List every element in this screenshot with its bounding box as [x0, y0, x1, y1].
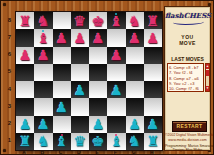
square-f7[interactable]: [107, 29, 125, 46]
square-h8[interactable]: ♜: [144, 12, 162, 29]
square-f6[interactable]: ♟: [107, 47, 125, 64]
restart-button[interactable]: RESTART: [172, 121, 207, 132]
square-c7[interactable]: ♟: [53, 29, 71, 46]
square-a5[interactable]: [16, 64, 34, 81]
piece-teal-pawn[interactable]: ♟: [110, 83, 123, 97]
frame-corner: [3, 3, 6, 6]
piece-teal-bishop[interactable]: ♝: [110, 134, 123, 148]
piece-teal-pawn[interactable]: ♟: [19, 117, 32, 131]
piece-pink-pawn[interactable]: ♟: [74, 31, 87, 45]
square-d5[interactable]: [71, 64, 89, 81]
piece-pink-pawn[interactable]: ♟: [110, 48, 123, 62]
chess-app-window: 87654321 ♜♞♛♚♝♞♜♝♟♟♟♟♟♟♟♟♟♟♟♟♟♟♟♟♜♞♝♛♚♝♞…: [0, 0, 214, 155]
piece-teal-knight[interactable]: ♞: [128, 134, 141, 148]
square-b7[interactable]: ♝: [34, 29, 52, 46]
piece-pink-knight[interactable]: ♞: [128, 14, 141, 28]
piece-pink-queen[interactable]: ♛: [74, 14, 87, 28]
square-f8[interactable]: ♝: [107, 12, 125, 29]
copyright-text: ©2002 Digital Vision Multimedia: [165, 133, 210, 137]
square-c3[interactable]: ♟: [53, 98, 71, 115]
piece-teal-pawn[interactable]: ♟: [92, 117, 105, 131]
piece-pink-rook[interactable]: ♜: [147, 14, 160, 28]
rank-label-8: 8: [5, 11, 14, 28]
design-credit: Design: Elva Mider: [165, 148, 210, 152]
chess-board[interactable]: ♜♞♛♚♝♞♜♝♟♟♟♟♟♟♟♟♟♟♟♟♟♟♟♟♜♞♝♛♚♝♞♜: [15, 11, 163, 151]
square-c8[interactable]: [53, 12, 71, 29]
square-g4[interactable]: [126, 81, 144, 98]
piece-pink-pawn[interactable]: ♟: [19, 48, 32, 62]
piece-pink-pawn[interactable]: ♟: [55, 31, 68, 45]
square-b3[interactable]: [34, 98, 52, 115]
piece-pink-pawn[interactable]: ♟: [37, 48, 50, 62]
file-labels: ABCDEFGH: [15, 148, 161, 155]
square-d7[interactable]: ♟: [71, 29, 89, 46]
square-g7[interactable]: ♟: [126, 29, 144, 46]
rank-labels: 87654321: [5, 11, 14, 149]
square-d2[interactable]: [71, 116, 89, 133]
last-moves-heading: LAST MOVES: [165, 56, 210, 62]
move-history-list[interactable]: 6. Comp: c8 - b77. You: f2 - f48. Comp: …: [167, 63, 204, 92]
square-e4[interactable]: [89, 81, 107, 98]
square-b5[interactable]: [34, 64, 52, 81]
rank-label-1: 1: [5, 132, 14, 149]
piece-teal-queen[interactable]: ♛: [74, 134, 87, 148]
square-d6[interactable]: [71, 47, 89, 64]
piece-teal-pawn[interactable]: ♟: [37, 117, 50, 131]
rank-label-4: 4: [5, 80, 14, 97]
rank-label-2: 2: [5, 115, 14, 132]
file-label-c: C: [52, 148, 70, 155]
rank-label-7: 7: [5, 28, 14, 45]
piece-pink-bishop[interactable]: ♝: [110, 14, 123, 28]
piece-pink-king[interactable]: ♚: [92, 14, 105, 28]
scroll-down-icon[interactable]: ▼: [206, 86, 209, 91]
square-h2[interactable]: ♟: [144, 116, 162, 133]
move-history-entry: 10. Comp: f7 - f6: [169, 86, 203, 91]
square-g5[interactable]: [126, 64, 144, 81]
square-f3[interactable]: [107, 98, 125, 115]
square-g8[interactable]: ♞: [126, 12, 144, 29]
square-g6[interactable]: [126, 47, 144, 64]
piece-teal-rook[interactable]: ♜: [147, 134, 160, 148]
piece-teal-pawn[interactable]: ♟: [74, 83, 87, 97]
file-label-g: G: [125, 148, 143, 155]
piece-pink-knight[interactable]: ♞: [37, 14, 50, 28]
square-b8[interactable]: ♞: [34, 12, 52, 29]
website-text: www.media-division.com: [165, 138, 210, 142]
square-b2[interactable]: ♟: [34, 116, 52, 133]
side-panel: flashCHESS YOU MOVE LAST MOVES 6. Comp: …: [164, 6, 211, 151]
square-e2[interactable]: ♟: [89, 116, 107, 133]
square-a8[interactable]: ♜: [16, 12, 34, 29]
piece-pink-pawn[interactable]: ♟: [147, 31, 160, 45]
rank-label-5: 5: [5, 63, 14, 80]
square-h3[interactable]: [144, 98, 162, 115]
piece-teal-pawn[interactable]: ♟: [147, 117, 160, 131]
square-a4[interactable]: [16, 81, 34, 98]
square-d4[interactable]: ♟: [71, 81, 89, 98]
scrollbar-thumb[interactable]: [206, 69, 209, 76]
piece-teal-pawn[interactable]: ♟: [55, 100, 68, 114]
square-c4[interactable]: [53, 81, 71, 98]
square-e8[interactable]: ♚: [89, 12, 107, 29]
piece-teal-rook[interactable]: ♜: [19, 134, 32, 148]
rank-label-3: 3: [5, 97, 14, 114]
square-e7[interactable]: ♟: [89, 29, 107, 46]
file-label-b: B: [33, 148, 51, 155]
piece-teal-bishop[interactable]: ♝: [55, 134, 68, 148]
square-d8[interactable]: ♛: [71, 12, 89, 29]
file-label-a: A: [15, 148, 33, 155]
piece-pink-rook[interactable]: ♜: [19, 14, 32, 28]
file-label-d: D: [70, 148, 88, 155]
piece-pink-pawn[interactable]: ♟: [92, 31, 105, 45]
frame-corner: [3, 149, 6, 152]
square-f5[interactable]: [107, 64, 125, 81]
square-a6[interactable]: ♟: [16, 47, 34, 64]
turn-status-line2: MOVE: [165, 40, 210, 46]
square-c5[interactable]: [53, 64, 71, 81]
square-g3[interactable]: [126, 98, 144, 115]
square-g2[interactable]: ♟: [126, 116, 144, 133]
square-e6[interactable]: [89, 47, 107, 64]
square-h4[interactable]: [144, 81, 162, 98]
bishop-tip-dot: [61, 134, 63, 136]
square-f2[interactable]: [107, 116, 125, 133]
square-e3[interactable]: [89, 98, 107, 115]
square-a3[interactable]: [16, 98, 34, 115]
square-c2[interactable]: [53, 116, 71, 133]
file-label-f: F: [106, 148, 124, 155]
square-a7[interactable]: [16, 29, 34, 46]
piece-pink-pawn[interactable]: ♟: [128, 31, 141, 45]
square-h7[interactable]: ♟: [144, 29, 162, 46]
square-c6[interactable]: [53, 47, 71, 64]
square-d3[interactable]: [71, 98, 89, 115]
logo-flourish: [173, 19, 204, 25]
piece-pink-bishop[interactable]: ♝: [37, 31, 50, 45]
file-label-h: H: [143, 148, 161, 155]
move-list-scrollbar[interactable]: ▲ ▼: [205, 63, 210, 92]
piece-teal-king[interactable]: ♚: [92, 134, 105, 148]
square-b6[interactable]: ♟: [34, 47, 52, 64]
square-b4[interactable]: [34, 81, 52, 98]
file-label-e: E: [88, 148, 106, 155]
square-f4[interactable]: ♟: [107, 81, 125, 98]
piece-teal-pawn[interactable]: ♟: [128, 117, 141, 131]
rank-label-6: 6: [5, 46, 14, 63]
square-e5[interactable]: [89, 64, 107, 81]
square-h6[interactable]: [144, 47, 162, 64]
piece-teal-knight[interactable]: ♞: [37, 134, 50, 148]
square-a2[interactable]: ♟: [16, 116, 34, 133]
square-h5[interactable]: [144, 64, 162, 81]
